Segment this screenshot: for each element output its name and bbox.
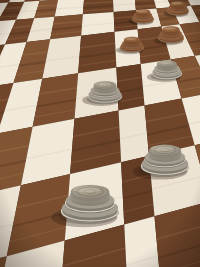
checkers-board-svg [0,0,200,267]
checkers-board-photo [0,0,200,267]
photo-vignette [0,0,200,267]
